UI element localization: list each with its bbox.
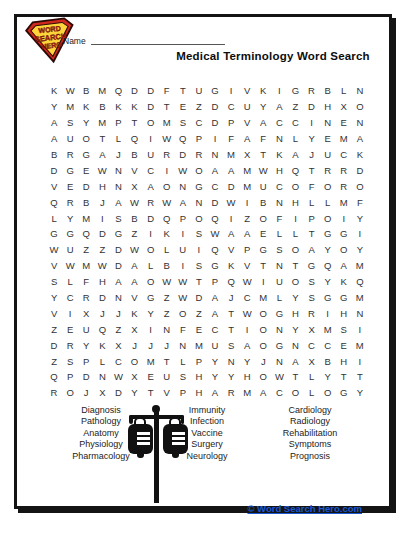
grid-cell: T: [159, 353, 175, 369]
grid-cell: W: [126, 194, 142, 210]
grid-cell: S: [336, 321, 352, 337]
grid-cell: Q: [223, 274, 239, 290]
grid-cell: C: [143, 162, 159, 178]
grid-cell: I: [159, 162, 175, 178]
grid-cell: O: [143, 242, 159, 258]
grid-cell: V: [126, 290, 142, 306]
grid-cell: O: [320, 385, 336, 401]
grid-cell: K: [126, 99, 142, 115]
grid-cell: Y: [207, 353, 223, 369]
grid-cell: K: [352, 147, 368, 163]
grid-cell: Q: [78, 226, 94, 242]
grid-cell: P: [175, 385, 191, 401]
grid-cell: G: [320, 226, 336, 242]
grid-cell: D: [304, 99, 320, 115]
grid-cell: U: [62, 242, 78, 258]
grid-cell: I: [336, 210, 352, 226]
grid-cell: D: [175, 147, 191, 163]
grid-cell: T: [175, 83, 191, 99]
grid-cell: G: [287, 83, 303, 99]
grid-cell: D: [143, 83, 159, 99]
grid-cell: L: [287, 131, 303, 147]
iv-bag-right: [163, 424, 188, 454]
grid-cell: O: [352, 178, 368, 194]
grid-cell: M: [239, 178, 255, 194]
grid-cell: X: [336, 99, 352, 115]
grid-cell: N: [352, 83, 368, 99]
grid-cell: O: [255, 321, 271, 337]
grid-cell: P: [191, 353, 207, 369]
grid-cell: Y: [78, 115, 94, 131]
grid-cell: R: [62, 147, 78, 163]
grid-cell: O: [287, 385, 303, 401]
grid-cell: B: [78, 83, 94, 99]
grid-cell: G: [271, 337, 287, 353]
grid-cell: I: [94, 210, 110, 226]
grid-cell: D: [78, 369, 94, 385]
grid-cell: Y: [352, 242, 368, 258]
grid-cell: F: [255, 131, 271, 147]
grid-cell: B: [126, 147, 142, 163]
grid-cell: L: [271, 226, 287, 242]
grid-cell: Z: [46, 353, 62, 369]
grid-cell: L: [271, 290, 287, 306]
grid-cell: A: [207, 305, 223, 321]
grid-cell: G: [110, 226, 126, 242]
grid-cell: P: [239, 242, 255, 258]
grid-cell: B: [126, 210, 142, 226]
grid-cell: D: [207, 194, 223, 210]
grid-cell: X: [239, 147, 255, 163]
grid-cell: D: [223, 178, 239, 194]
grid-cell: R: [62, 337, 78, 353]
grid-cell: H: [94, 178, 110, 194]
grid-cell: C: [110, 353, 126, 369]
grid-cell: S: [271, 242, 287, 258]
grid-cell: A: [46, 131, 62, 147]
grid-cell: I: [175, 226, 191, 242]
grid-cell: F: [159, 83, 175, 99]
grid-cell: D: [110, 242, 126, 258]
grid-cell: D: [126, 83, 142, 99]
grid-cell: A: [207, 385, 223, 401]
grid-cell: A: [271, 99, 287, 115]
grid-cell: Y: [46, 290, 62, 306]
grid-cell: D: [46, 162, 62, 178]
grid-cell: M: [352, 258, 368, 274]
grid-cell: E: [336, 337, 352, 353]
iv-hook-left: [129, 415, 133, 424]
grid-cell: R: [159, 147, 175, 163]
grid-cell: S: [175, 369, 191, 385]
grid-cell: D: [110, 258, 126, 274]
grid-cell: H: [271, 162, 287, 178]
grid-cell: W: [207, 226, 223, 242]
grid-cell: Y: [46, 99, 62, 115]
grid-cell: D: [78, 178, 94, 194]
grid-cell: N: [271, 353, 287, 369]
grid-cell: U: [271, 274, 287, 290]
grid-cell: Y: [287, 321, 303, 337]
grid-cell: T: [336, 369, 352, 385]
grid-cell: X: [78, 305, 94, 321]
grid-cell: R: [191, 147, 207, 163]
grid-cell: O: [191, 162, 207, 178]
word-list-item: Symptoms: [240, 439, 380, 450]
puzzle-title: Medical Terminology Word Search: [165, 50, 381, 62]
grid-cell: L: [159, 242, 175, 258]
grid-cell: O: [78, 131, 94, 147]
word-list-item: Cardiology: [240, 405, 380, 416]
grid-cell: M: [320, 321, 336, 337]
grid-cell: J: [223, 290, 239, 306]
grid-cell: T: [304, 226, 320, 242]
grid-cell: Q: [126, 131, 142, 147]
grid-cell: N: [271, 258, 287, 274]
grid-cell: K: [126, 305, 142, 321]
grid-cell: V: [239, 258, 255, 274]
grid-cell: O: [320, 210, 336, 226]
grid-cell: U: [191, 83, 207, 99]
grid-cell: V: [159, 385, 175, 401]
grid-cell: J: [94, 305, 110, 321]
grid-cell: N: [352, 305, 368, 321]
grid-cell: E: [175, 99, 191, 115]
grid-cell: K: [110, 99, 126, 115]
grid-cell: A: [143, 178, 159, 194]
grid-cell: I: [352, 321, 368, 337]
grid-cell: N: [223, 353, 239, 369]
grid-cell: K: [223, 258, 239, 274]
grid-cell: N: [271, 194, 287, 210]
grid-cell: M: [336, 194, 352, 210]
grid-cell: J: [304, 147, 320, 163]
grid-cell: E: [78, 162, 94, 178]
grid-cell: Y: [304, 131, 320, 147]
grid-cell: I: [304, 115, 320, 131]
grid-cell: Y: [207, 369, 223, 385]
grid-cell: Z: [94, 242, 110, 258]
grid-cell: S: [304, 290, 320, 306]
grid-cell: P: [62, 369, 78, 385]
grid-cell: T: [352, 369, 368, 385]
grid-cell: G: [62, 162, 78, 178]
grid-cell: N: [94, 369, 110, 385]
grid-cell: M: [62, 99, 78, 115]
worksheet-page: WORD SEARCH HERO Name Medical Terminolog…: [0, 0, 416, 539]
grid-cell: U: [320, 147, 336, 163]
grid-cell: Y: [287, 290, 303, 306]
grid-cell: D: [207, 115, 223, 131]
grid-cell: H: [191, 385, 207, 401]
grid-cell: H: [287, 194, 303, 210]
grid-cell: W: [94, 162, 110, 178]
grid-cell: C: [304, 337, 320, 353]
grid-cell: D: [143, 99, 159, 115]
grid-cell: T: [143, 385, 159, 401]
grid-cell: Q: [94, 321, 110, 337]
grid-cell: F: [271, 210, 287, 226]
grid-cell: C: [271, 385, 287, 401]
grid-cell: J: [143, 337, 159, 353]
grid-cell: M: [78, 210, 94, 226]
grid-cell: P: [78, 353, 94, 369]
word-search-hero-link[interactable]: © Word Search Hero.com: [247, 503, 362, 514]
grid-cell: L: [46, 210, 62, 226]
grid-cell: I: [223, 83, 239, 99]
grid-cell: R: [304, 305, 320, 321]
grid-cell: G: [143, 290, 159, 306]
grid-cell: E: [255, 226, 271, 242]
grid-cell: A: [304, 242, 320, 258]
grid-cell: W: [62, 258, 78, 274]
name-label: Name: [63, 36, 86, 46]
grid-cell: Q: [110, 83, 126, 99]
grid-cell: Y: [352, 210, 368, 226]
grid-cell: O: [159, 178, 175, 194]
grid-cell: Q: [46, 369, 62, 385]
grid-cell: T: [126, 115, 142, 131]
grid-cell: R: [320, 162, 336, 178]
grid-cell: S: [62, 353, 78, 369]
grid-cell: B: [255, 194, 271, 210]
grid-cell: W: [126, 242, 142, 258]
grid-cell: Y: [126, 385, 142, 401]
grid-cell: F: [223, 131, 239, 147]
grid-cell: A: [207, 290, 223, 306]
grid-cell: U: [207, 337, 223, 353]
grid-cell: V: [126, 162, 142, 178]
grid-cell: N: [271, 321, 287, 337]
grid-cell: F: [78, 274, 94, 290]
grid-cell: N: [352, 115, 368, 131]
grid-cell: I: [143, 226, 159, 242]
grid-cell: W: [175, 290, 191, 306]
grid-cell: I: [175, 258, 191, 274]
name-write-in-line: [91, 36, 225, 45]
grid-cell: B: [78, 194, 94, 210]
grid-cell: M: [159, 115, 175, 131]
grid-cell: X: [126, 369, 142, 385]
grid-cell: G: [336, 385, 352, 401]
grid-cell: E: [62, 178, 78, 194]
grid-cell: Z: [159, 305, 175, 321]
grid-cell: C: [191, 115, 207, 131]
grid-cell: M: [352, 290, 368, 306]
grid-cell: I: [320, 305, 336, 321]
grid-cell: G: [320, 290, 336, 306]
grid-cell: A: [46, 115, 62, 131]
grid-cell: Z: [287, 99, 303, 115]
grid-cell: G: [207, 258, 223, 274]
grid-cell: T: [287, 369, 303, 385]
grid-cell: R: [46, 385, 62, 401]
grid-cell: O: [62, 385, 78, 401]
grid-cell: Y: [320, 242, 336, 258]
grid-cell: Q: [175, 131, 191, 147]
grid-cell: W: [239, 305, 255, 321]
grid-cell: V: [239, 115, 255, 131]
grid-cell: Y: [255, 99, 271, 115]
grid-cell: I: [207, 131, 223, 147]
grid-cell: M: [255, 290, 271, 306]
grid-cell: L: [304, 194, 320, 210]
grid-cell: L: [320, 194, 336, 210]
grid-cell: W: [110, 369, 126, 385]
grid-cell: O: [320, 178, 336, 194]
grid-cell: Y: [320, 274, 336, 290]
grid-cell: P: [223, 115, 239, 131]
grid-cell: J: [94, 194, 110, 210]
grid-cell: R: [143, 194, 159, 210]
grid-cell: T: [255, 258, 271, 274]
grid-cell: O: [191, 210, 207, 226]
grid-cell: N: [207, 147, 223, 163]
grid-cell: O: [143, 274, 159, 290]
grid-cell: L: [304, 369, 320, 385]
grid-cell: S: [110, 210, 126, 226]
grid-cell: I: [191, 242, 207, 258]
grid-cell: W: [223, 194, 239, 210]
grid-cell: M: [223, 147, 239, 163]
grid-cell: L: [336, 83, 352, 99]
grid-cell: M: [94, 83, 110, 99]
grid-cell: W: [159, 131, 175, 147]
grid-cell: R: [336, 162, 352, 178]
grid-cell: Z: [191, 305, 207, 321]
grid-cell: A: [255, 115, 271, 131]
grid-cell: P: [207, 274, 223, 290]
grid-cell: U: [255, 178, 271, 194]
iv-bag-left: [128, 424, 153, 454]
grid-cell: Z: [191, 99, 207, 115]
grid-cell: O: [255, 369, 271, 385]
grid-cell: Z: [46, 321, 62, 337]
grid-cell: L: [94, 353, 110, 369]
word-list-item: Prognosis: [240, 451, 380, 462]
grid-cell: N: [110, 178, 126, 194]
grid-cell: M: [239, 162, 255, 178]
grid-cell: O: [255, 337, 271, 353]
grid-cell: N: [191, 194, 207, 210]
grid-cell: E: [62, 321, 78, 337]
grid-cell: Y: [320, 369, 336, 385]
grid-cell: G: [336, 226, 352, 242]
grid-cell: Z: [110, 321, 126, 337]
grid-cell: G: [271, 305, 287, 321]
grid-cell: J: [78, 385, 94, 401]
grid-cell: Q: [207, 210, 223, 226]
grid-cell: Z: [159, 290, 175, 306]
grid-cell: Z: [78, 242, 94, 258]
grid-cell: R: [62, 194, 78, 210]
grid-cell: R: [78, 290, 94, 306]
grid-cell: I: [143, 131, 159, 147]
grid-cell: Y: [239, 353, 255, 369]
grid-cell: X: [126, 178, 142, 194]
grid-cell: M: [191, 337, 207, 353]
grid-cell: B: [320, 83, 336, 99]
word-list-item: Rehabilitation: [240, 428, 380, 439]
grid-cell: M: [94, 115, 110, 131]
grid-cell: Z: [239, 210, 255, 226]
grid-cell: I: [255, 274, 271, 290]
grid-cell: E: [320, 131, 336, 147]
grid-cell: T: [304, 162, 320, 178]
grid-cell: K: [271, 147, 287, 163]
grid-cell: M: [239, 385, 255, 401]
grid-cell: A: [110, 194, 126, 210]
iv-bag-port-right: [172, 453, 179, 458]
grid-cell: D: [46, 337, 62, 353]
grid-cell: H: [320, 99, 336, 115]
grid-cell: A: [336, 258, 352, 274]
grid-cell: H: [287, 305, 303, 321]
grid-cell: Q: [320, 258, 336, 274]
grid-cell: N: [271, 131, 287, 147]
grid-cell: A: [287, 353, 303, 369]
grid-cell: U: [239, 99, 255, 115]
grid-cell: N: [320, 115, 336, 131]
grid-cell: Q: [352, 274, 368, 290]
grid-cell: N: [110, 162, 126, 178]
iv-pole: [154, 409, 159, 503]
grid-cell: D: [94, 290, 110, 306]
grid-cell: K: [46, 83, 62, 99]
grid-cell: R: [336, 178, 352, 194]
grid-cell: Y: [223, 369, 239, 385]
grid-cell: S: [175, 115, 191, 131]
grid-cell: C: [62, 290, 78, 306]
grid-cell: B: [320, 353, 336, 369]
grid-cell: I: [239, 321, 255, 337]
grid-cell: C: [223, 99, 239, 115]
grid-cell: A: [239, 131, 255, 147]
grid-cell: E: [191, 321, 207, 337]
grid-cell: Y: [62, 210, 78, 226]
grid-cell: H: [191, 369, 207, 385]
grid-cell: G: [255, 242, 271, 258]
grid-cell: F: [352, 194, 368, 210]
grid-cell: E: [336, 115, 352, 131]
grid-cell: P: [110, 115, 126, 131]
grid-cell: Q: [287, 162, 303, 178]
grid-cell: C: [239, 290, 255, 306]
grid-cell: J: [110, 147, 126, 163]
grid-cell: A: [110, 274, 126, 290]
grid-cell: O: [255, 305, 271, 321]
grid-cell: C: [207, 178, 223, 194]
grid-cell: A: [287, 147, 303, 163]
grid-cell: A: [239, 226, 255, 242]
grid-cell: Q: [159, 210, 175, 226]
grid-cell: H: [239, 369, 255, 385]
grid-cell: C: [271, 115, 287, 131]
grid-cell: F: [304, 178, 320, 194]
grid-cell: K: [94, 337, 110, 353]
grid-cell: A: [94, 147, 110, 163]
grid-cell: S: [191, 226, 207, 242]
grid-cell: O: [143, 115, 159, 131]
grid-cell: X: [110, 337, 126, 353]
grid-cell: W: [46, 242, 62, 258]
iv-bag-label-stripes: [137, 432, 150, 447]
grid-cell: B: [94, 99, 110, 115]
grid-cell: A: [223, 162, 239, 178]
grid-cell: D: [207, 99, 223, 115]
grid-cell: G: [46, 226, 62, 242]
grid-cell: R: [304, 83, 320, 99]
